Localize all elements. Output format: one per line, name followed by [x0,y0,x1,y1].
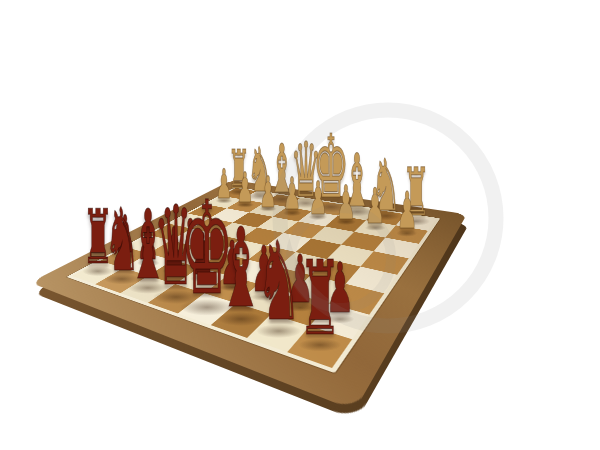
board-grid [72,188,436,368]
board-inlay [66,187,440,373]
scene: ♜♞♝♟♛♟♚♟♝♟♞♟♜♟♟♟♟♟♟♜♟♞♟♝♛♟♚♟♝♟♞♜ [0,0,600,450]
